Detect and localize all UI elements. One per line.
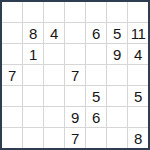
grid-cell-clue: 5 — [86, 86, 106, 106]
grid-cell-empty[interactable] — [65, 2, 85, 22]
grid-cell-empty[interactable] — [44, 86, 64, 106]
grid-cell-clue: 4 — [44, 23, 64, 43]
grid-cell-empty[interactable] — [2, 44, 22, 64]
grid-cell-empty[interactable] — [23, 65, 43, 85]
grid-cell-empty[interactable] — [2, 23, 22, 43]
grid-cell-empty[interactable] — [86, 65, 106, 85]
grid-cell-clue: 6 — [86, 23, 106, 43]
grid-cell-empty[interactable] — [128, 65, 148, 85]
grid-cell-empty[interactable] — [107, 86, 127, 106]
grid-cell-empty[interactable] — [128, 2, 148, 22]
grid-cell-empty[interactable] — [44, 128, 64, 148]
grid-cell-empty[interactable] — [2, 128, 22, 148]
grid-cell-empty[interactable] — [44, 44, 64, 64]
grid-cell-clue: 5 — [107, 23, 127, 43]
grid-cell-empty[interactable] — [2, 107, 22, 127]
grid-cell-empty[interactable] — [107, 65, 127, 85]
grid-cell-clue: 11 — [128, 23, 148, 43]
grid-cell-empty[interactable] — [23, 86, 43, 106]
grid-cell-empty[interactable] — [23, 2, 43, 22]
grid-cell-empty[interactable] — [86, 44, 106, 64]
grid-cell-clue: 5 — [128, 86, 148, 106]
grid-cell-empty[interactable] — [86, 2, 106, 22]
grid-cell-clue: 8 — [23, 23, 43, 43]
grid-cell-clue: 1 — [23, 44, 43, 64]
grid-cell-clue: 4 — [128, 44, 148, 64]
grid-cell-clue: 7 — [65, 128, 85, 148]
grid-cell-empty[interactable] — [128, 107, 148, 127]
grid-cell-empty[interactable] — [2, 2, 22, 22]
grid-cell-empty[interactable] — [65, 44, 85, 64]
grid-cell-empty[interactable] — [107, 107, 127, 127]
grid-cell-clue: 9 — [65, 107, 85, 127]
grid-cell-clue: 6 — [86, 107, 106, 127]
puzzle-grid: 84651119477559678 — [0, 0, 150, 150]
grid-cell-clue: 7 — [2, 65, 22, 85]
grid-cell-clue: 7 — [65, 65, 85, 85]
grid-cell-empty[interactable] — [23, 128, 43, 148]
grid-cell-clue: 8 — [128, 128, 148, 148]
grid-cell-empty[interactable] — [2, 86, 22, 106]
grid-cell-empty[interactable] — [44, 107, 64, 127]
grid-cell-empty[interactable] — [44, 65, 64, 85]
puzzle-screenshot: 84651119477559678 — [0, 0, 150, 150]
grid-cell-empty[interactable] — [107, 128, 127, 148]
grid-cell-empty[interactable] — [65, 23, 85, 43]
grid-cell-clue: 9 — [107, 44, 127, 64]
grid-cell-empty[interactable] — [23, 107, 43, 127]
grid-cell-empty[interactable] — [65, 86, 85, 106]
grid-cell-empty[interactable] — [86, 128, 106, 148]
grid-cell-empty[interactable] — [44, 2, 64, 22]
grid-cell-empty[interactable] — [107, 2, 127, 22]
